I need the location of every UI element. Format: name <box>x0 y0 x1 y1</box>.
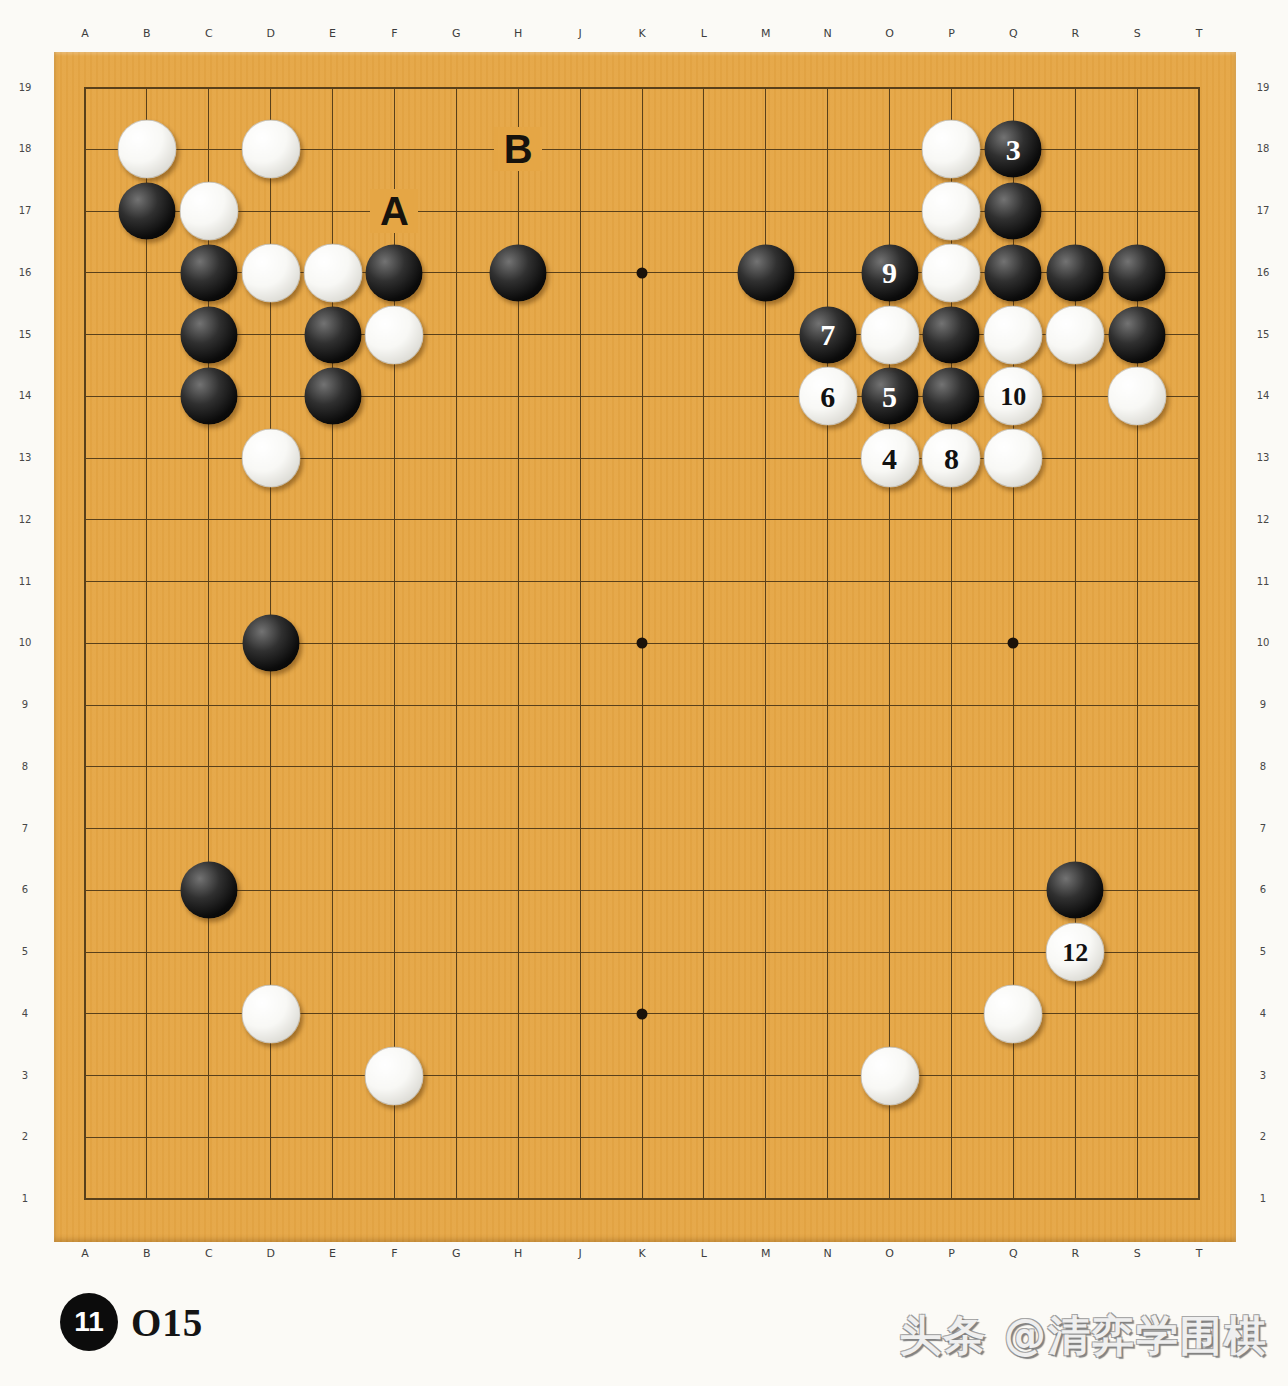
stone-black-H16 <box>490 244 547 301</box>
stone-black-R16 <box>1047 244 1104 301</box>
coordinate-label-column: K <box>638 28 645 39</box>
coordinate-label-column: N <box>824 28 832 39</box>
coordinate-label-column: O <box>885 28 894 39</box>
stone-white-D4 <box>241 984 300 1043</box>
coordinate-label-row: 10 <box>1257 638 1270 648</box>
stone-black-E14 <box>304 368 361 425</box>
stone-white-F15 <box>365 305 424 364</box>
stone-black-B17 <box>118 183 175 240</box>
stone-white-O15 <box>860 305 919 364</box>
stone-move-number: 9 <box>882 258 897 288</box>
move-caption: 11 O15 <box>60 1293 203 1351</box>
coordinate-label-column: D <box>266 1248 274 1259</box>
coordinate-label-row: 5 <box>1260 947 1266 957</box>
coordinate-label-row: 14 <box>1257 391 1270 401</box>
coordinate-label-column: L <box>701 28 707 39</box>
stone-white-D13 <box>241 429 300 488</box>
coordinate-label-row: 15 <box>1257 330 1270 340</box>
star-point <box>637 267 648 278</box>
stone-move-number: 8 <box>944 443 959 473</box>
coordinate-label-column: G <box>452 28 461 39</box>
coordinate-label-column: P <box>948 28 955 39</box>
coordinate-label-column: C <box>205 1248 213 1259</box>
stone-white-P13: 8 <box>922 429 981 488</box>
stone-white-Q13 <box>984 429 1043 488</box>
coordinate-label-column: M <box>761 1248 771 1259</box>
stone-black-D10 <box>242 615 299 672</box>
coordinate-label-column: G <box>452 1248 461 1259</box>
stone-black-P15 <box>923 306 980 363</box>
coordinate-label-column: F <box>391 28 397 39</box>
stone-move-number: 4 <box>882 443 897 473</box>
stone-black-P14 <box>923 368 980 425</box>
coordinate-label-column: M <box>761 28 771 39</box>
stone-move-number: 12 <box>1062 939 1088 965</box>
coordinate-label-column: H <box>514 28 522 39</box>
coordinate-label-row: 6 <box>1260 885 1266 895</box>
coordinate-label-row: 7 <box>1260 824 1266 834</box>
coordinate-label-column: B <box>143 28 151 39</box>
coordinate-label-column: T <box>1196 28 1203 39</box>
grid-line-vertical <box>827 87 828 1201</box>
stone-white-B18 <box>117 120 176 179</box>
stone-black-N15: 7 <box>799 306 856 363</box>
coordinate-label-column: H <box>514 1248 522 1259</box>
stone-black-R6 <box>1047 862 1104 919</box>
stone-white-O3 <box>860 1046 919 1105</box>
star-point <box>1008 638 1019 649</box>
grid-line-horizontal <box>84 952 1200 953</box>
stone-white-O13: 4 <box>860 429 919 488</box>
stone-black-C15 <box>180 306 237 363</box>
coordinate-label-row: 16 <box>1257 268 1270 278</box>
coordinate-label-column: D <box>266 28 274 39</box>
stone-white-Q4 <box>984 984 1043 1043</box>
coordinate-label-column: O <box>885 1248 894 1259</box>
coordinate-label-row: 17 <box>1257 206 1270 216</box>
stone-black-S16 <box>1109 244 1166 301</box>
star-point <box>637 638 648 649</box>
coordinate-label-row: 9 <box>22 700 28 710</box>
coordinate-label-column: J <box>578 28 581 39</box>
coordinate-label-row: 12 <box>19 515 32 525</box>
stone-white-D18 <box>241 120 300 179</box>
coordinate-label-column: S <box>1134 1248 1141 1259</box>
stone-move-number: 5 <box>882 381 897 411</box>
coordinate-label-column: L <box>701 1248 707 1259</box>
stone-black-O14: 5 <box>861 368 918 425</box>
coordinate-label-row: 13 <box>19 453 32 463</box>
coordinate-label-row: 17 <box>19 206 32 216</box>
coordinate-label-column: R <box>1071 1248 1079 1259</box>
grid-line-horizontal <box>84 1075 1200 1076</box>
marker-label-A: A <box>380 191 409 231</box>
coordinate-label-row: 13 <box>1257 453 1270 463</box>
grid-line-horizontal <box>84 705 1200 706</box>
coordinate-label-row: 15 <box>19 330 32 340</box>
coordinate-label-column: F <box>391 1248 397 1259</box>
coordinate-label-column: A <box>81 1248 89 1259</box>
stone-white-F3 <box>365 1046 424 1105</box>
stone-black-M16 <box>737 244 794 301</box>
coordinate-label-column: N <box>824 1248 832 1259</box>
coordinate-label-row: 19 <box>19 83 32 93</box>
coordinate-label-row: 3 <box>22 1071 28 1081</box>
coordinate-label-column: A <box>81 28 89 39</box>
stone-white-D16 <box>241 243 300 302</box>
coordinate-label-row: 4 <box>1260 1009 1266 1019</box>
marker-label-B: B <box>504 129 533 169</box>
stone-black-F16 <box>366 244 423 301</box>
grid-line-horizontal <box>84 1198 1200 1200</box>
coordinate-label-column: B <box>143 1248 151 1259</box>
stone-white-P18 <box>922 120 981 179</box>
coordinate-label-row: 8 <box>1260 762 1266 772</box>
coordinate-label-row: 8 <box>22 762 28 772</box>
coordinate-label-row: 10 <box>19 638 32 648</box>
coordinate-label-row: 2 <box>22 1132 28 1142</box>
stone-move-number: 6 <box>820 381 835 411</box>
stone-white-R15 <box>1046 305 1105 364</box>
stone-black-Q16 <box>985 244 1042 301</box>
stone-black-S15 <box>1109 306 1166 363</box>
stone-white-E16 <box>303 243 362 302</box>
coordinate-label-column: E <box>329 1248 336 1259</box>
stone-black-E15 <box>304 306 361 363</box>
stone-black-C6 <box>180 862 237 919</box>
grid-line-horizontal <box>84 1137 1200 1138</box>
coordinate-label-column: T <box>1196 1248 1203 1259</box>
coordinate-label-row: 9 <box>1260 700 1266 710</box>
watermark: 头条 @清弈学围棋 <box>899 1308 1268 1364</box>
coordinate-label-column: Q <box>1009 28 1018 39</box>
grid-line-vertical <box>1198 87 1200 1201</box>
grid-line-horizontal <box>84 828 1200 829</box>
stone-white-R5: 12 <box>1046 923 1105 982</box>
coordinate-label-row: 1 <box>1260 1194 1266 1204</box>
grid-line-horizontal <box>84 890 1200 891</box>
stone-white-C17 <box>179 182 238 241</box>
coordinate-label-column: R <box>1071 28 1079 39</box>
caption-move-number: 11 <box>74 1306 104 1338</box>
coordinate-label-row: 2 <box>1260 1132 1266 1142</box>
stone-move-number: 10 <box>1000 383 1026 409</box>
caption-point-label: O15 <box>131 1300 203 1345</box>
coordinate-label-column: S <box>1134 28 1141 39</box>
coordinate-label-row: 12 <box>1257 515 1270 525</box>
coordinate-label-column: C <box>205 28 213 39</box>
stone-black-O16: 9 <box>861 244 918 301</box>
coordinate-label-column: K <box>638 1248 645 1259</box>
coordinate-label-row: 14 <box>19 391 32 401</box>
coordinate-label-row: 5 <box>22 947 28 957</box>
stone-move-number: 3 <box>1006 134 1021 164</box>
grid-line-horizontal <box>84 766 1200 767</box>
coordinate-label-row: 18 <box>1257 144 1270 154</box>
stone-white-P17 <box>922 182 981 241</box>
star-point <box>637 1008 648 1019</box>
stone-white-S14 <box>1108 367 1167 426</box>
coordinate-label-column: P <box>948 1248 955 1259</box>
coordinate-label-row: 7 <box>22 824 28 834</box>
coordinate-label-row: 16 <box>19 268 32 278</box>
coordinate-label-row: 4 <box>22 1009 28 1019</box>
stone-black-C14 <box>180 368 237 425</box>
stone-white-P16 <box>922 243 981 302</box>
coordinate-label-column: J <box>578 1248 581 1259</box>
coordinate-label-row: 19 <box>1257 83 1270 93</box>
page: AABBCCDDEEFFGGHHJJKKLLMMNNOOPPQQRRSSTT19… <box>0 0 1288 1386</box>
stone-white-Q15 <box>984 305 1043 364</box>
stone-black-Q18: 3 <box>985 121 1042 178</box>
coordinate-label-row: 3 <box>1260 1071 1266 1081</box>
stone-black-C16 <box>180 244 237 301</box>
coordinate-label-row: 6 <box>22 885 28 895</box>
coordinate-label-row: 11 <box>1257 577 1270 587</box>
grid-line-vertical <box>703 87 704 1201</box>
stone-black-Q17 <box>985 183 1042 240</box>
stone-white-Q14: 10 <box>984 367 1043 426</box>
stone-white-N14: 6 <box>798 367 857 426</box>
coordinate-label-row: 18 <box>19 144 32 154</box>
coordinate-label-row: 11 <box>19 577 32 587</box>
coordinate-label-column: E <box>329 28 336 39</box>
caption-black-stone-11: 11 <box>60 1293 118 1351</box>
coordinate-label-row: 1 <box>22 1194 28 1204</box>
coordinate-label-column: Q <box>1009 1248 1018 1259</box>
stone-move-number: 7 <box>820 320 835 350</box>
